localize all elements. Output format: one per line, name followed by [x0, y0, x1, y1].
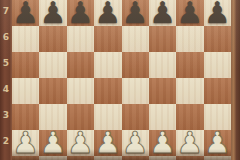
square-e2[interactable]: ♟: [122, 130, 149, 156]
square-b5[interactable]: [39, 52, 66, 78]
square-h1[interactable]: [204, 156, 231, 160]
rank-label-7: 7: [0, 0, 12, 24]
rank-label-5: 5: [0, 50, 12, 76]
square-a2[interactable]: ♟: [12, 130, 39, 156]
square-g1[interactable]: [176, 156, 203, 160]
square-h7[interactable]: ♟: [204, 0, 231, 26]
square-g2[interactable]: ♟: [176, 130, 203, 156]
square-g7[interactable]: ♟: [176, 0, 203, 26]
white-pawn: ♟: [94, 130, 121, 156]
square-h6[interactable]: [204, 26, 231, 52]
square-e7[interactable]: ♟: [122, 0, 149, 26]
square-b6[interactable]: [39, 26, 66, 52]
white-pawn: ♟: [176, 130, 203, 156]
square-f2[interactable]: ♟: [149, 130, 176, 156]
board-frame-left-rail: 765432: [0, 0, 12, 160]
square-h5[interactable]: [204, 52, 231, 78]
square-g6[interactable]: [176, 26, 203, 52]
square-f5[interactable]: [149, 52, 176, 78]
square-g5[interactable]: [176, 52, 203, 78]
square-d4[interactable]: [94, 78, 121, 104]
square-c1[interactable]: [67, 156, 94, 160]
square-a1[interactable]: [12, 156, 39, 160]
rank-label-3: 3: [0, 102, 12, 128]
square-e6[interactable]: [122, 26, 149, 52]
square-c4[interactable]: [67, 78, 94, 104]
black-pawn: ♟: [176, 0, 203, 26]
square-a6[interactable]: [12, 26, 39, 52]
white-pawn: ♟: [149, 130, 176, 156]
square-f7[interactable]: ♟: [149, 0, 176, 26]
square-b7[interactable]: ♟: [39, 0, 66, 26]
black-pawn: ♟: [149, 0, 176, 26]
white-pawn: ♟: [39, 130, 66, 156]
square-c6[interactable]: [67, 26, 94, 52]
square-f6[interactable]: [149, 26, 176, 52]
rank-label-6: 6: [0, 24, 12, 50]
square-f4[interactable]: [149, 78, 176, 104]
square-e4[interactable]: [122, 78, 149, 104]
board-frame-right-rail: [231, 0, 240, 160]
square-e1[interactable]: [122, 156, 149, 160]
square-h4[interactable]: [204, 78, 231, 104]
square-a4[interactable]: [12, 78, 39, 104]
white-pawn: ♟: [122, 130, 149, 156]
square-d5[interactable]: [94, 52, 121, 78]
square-d6[interactable]: [94, 26, 121, 52]
square-b4[interactable]: [39, 78, 66, 104]
square-e5[interactable]: [122, 52, 149, 78]
square-d2[interactable]: ♟: [94, 130, 121, 156]
square-d7[interactable]: ♟: [94, 0, 121, 26]
square-h2[interactable]: ♟: [204, 130, 231, 156]
square-a7[interactable]: ♟: [12, 0, 39, 26]
square-b1[interactable]: [39, 156, 66, 160]
square-c7[interactable]: ♟: [67, 0, 94, 26]
black-pawn: ♟: [94, 0, 121, 26]
black-pawn: ♟: [122, 0, 149, 26]
black-pawn: ♟: [39, 0, 66, 26]
square-f1[interactable]: [149, 156, 176, 160]
square-a5[interactable]: [12, 52, 39, 78]
black-pawn: ♟: [67, 0, 94, 26]
black-pawn: ♟: [204, 0, 231, 26]
white-pawn: ♟: [67, 130, 94, 156]
square-c5[interactable]: [67, 52, 94, 78]
square-d1[interactable]: [94, 156, 121, 160]
square-c2[interactable]: ♟: [67, 130, 94, 156]
square-g4[interactable]: [176, 78, 203, 104]
black-pawn: ♟: [12, 0, 39, 26]
square-b2[interactable]: ♟: [39, 130, 66, 156]
chessboard-photo: ♟♟♟♟♟♟♟♟♟♟♟♟♟♟♟♟ 765432: [0, 0, 240, 160]
rank-label-2: 2: [0, 128, 12, 154]
board: ♟♟♟♟♟♟♟♟♟♟♟♟♟♟♟♟: [12, 0, 232, 160]
rank-label-4: 4: [0, 76, 12, 102]
white-pawn: ♟: [12, 130, 39, 156]
white-pawn: ♟: [204, 130, 231, 156]
